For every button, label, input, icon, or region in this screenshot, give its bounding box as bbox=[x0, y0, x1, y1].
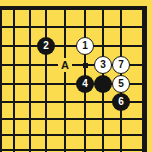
stone-black-6: 6 bbox=[112, 93, 130, 111]
stone-white-5: 5 bbox=[112, 75, 130, 93]
board-edge-top bbox=[0, 6, 147, 10]
grid-line-horizontal bbox=[0, 149, 147, 151]
stone-black-2: 2 bbox=[37, 37, 55, 55]
stone-white-3: 3 bbox=[94, 56, 112, 74]
point-label-a: A bbox=[58, 58, 72, 72]
stone-white-1: 1 bbox=[76, 37, 94, 55]
stone-black-4: 4 bbox=[76, 75, 94, 93]
grid-line-horizontal bbox=[0, 45, 147, 47]
star-point bbox=[83, 63, 88, 68]
stone-black-unmarked bbox=[94, 75, 112, 93]
stone-white-7: 7 bbox=[112, 56, 130, 74]
grid-line-horizontal bbox=[0, 134, 147, 136]
grid-line-horizontal bbox=[0, 26, 147, 28]
go-board-diagram: A1237456 bbox=[0, 0, 152, 152]
grid-line-horizontal bbox=[0, 118, 147, 120]
